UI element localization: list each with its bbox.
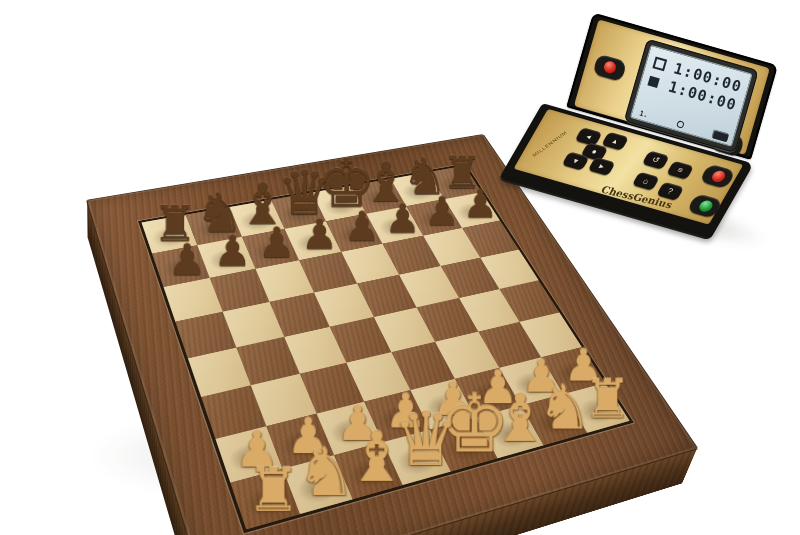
arrow-right-key[interactable]: ▸: [588, 157, 616, 176]
black-pawn-f7[interactable]: ♟: [384, 199, 420, 239]
home-key[interactable]: ⌂: [632, 172, 660, 191]
black-pawn-g7[interactable]: ♟: [424, 192, 459, 231]
undo-key[interactable]: ↺: [642, 150, 670, 169]
red-button-icon: [603, 60, 618, 75]
base-red-button[interactable]: [699, 163, 736, 189]
chess-board-grid: ♜♞♝♛♚♝♞♜♟♟♟♟♟♟♟♟♟♟♟♟♟♟♟♟♜♞♝♛♚♝♞♜: [138, 164, 634, 534]
lcd-mode-badge: [711, 129, 729, 142]
lcd-status-dot-icon: [676, 120, 685, 129]
black-pawn-c7[interactable]: ♟: [258, 222, 295, 264]
base-red-button-icon: [710, 169, 728, 183]
white-rook-a1[interactable]: ♜: [246, 460, 300, 521]
black-pawn-a7[interactable]: ♟: [167, 238, 205, 281]
black-pawn-e7[interactable]: ♟: [343, 206, 379, 246]
base-green-button[interactable]: [686, 193, 723, 219]
black-pawn-d7[interactable]: ♟: [301, 214, 338, 255]
red-button[interactable]: [592, 54, 627, 82]
lcd-screen: 1:00:00 1:00:00 1.: [630, 45, 753, 147]
white-knight-b1[interactable]: ♞: [296, 439, 356, 506]
base-green-button-icon: [697, 199, 715, 213]
brand-side-text: MILLENNIUM: [531, 130, 568, 158]
move-number: 1.: [638, 109, 648, 119]
black-pawn-h7[interactable]: ♟: [463, 184, 498, 223]
white-side-icon: [652, 56, 667, 71]
keypad-left-cluster: ◂▴●▾▸: [560, 127, 631, 180]
black-side-icon: [647, 76, 659, 88]
square-a7[interactable]: ♟: [152, 245, 210, 286]
black-pawn-b7[interactable]: ♟: [213, 230, 251, 272]
menu-key[interactable]: ≡: [666, 161, 694, 180]
product-photo-scene: ♜♞♝♛♚♝♞♜♟♟♟♟♟♟♟♟♟♟♟♟♟♟♟♟♜♞♝♛♚♝♞♜ 1:00:00: [0, 0, 800, 535]
